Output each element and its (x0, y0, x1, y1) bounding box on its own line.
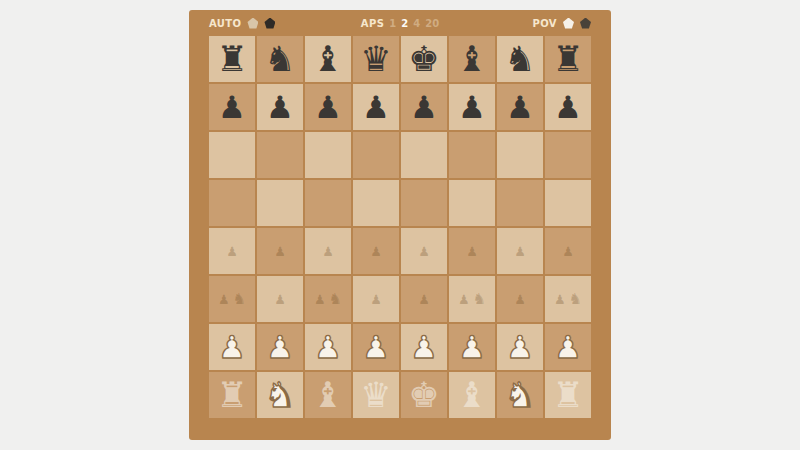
white-king: ♚ (408, 378, 439, 413)
square-g5[interactable] (497, 180, 543, 226)
chess-board-component: AUTO APS 12420 POV ♜♞♝♛♚♝♞♜♟♟♟♟♟♟♟♟♟♟♟♟♟… (189, 10, 611, 440)
white-pawn: ♟ (506, 332, 534, 363)
black-queen: ♛ (360, 42, 391, 77)
ghost-pawn: ♟ (322, 245, 334, 258)
white-pawn: ♟ (458, 332, 486, 363)
auto-icons (247, 18, 275, 29)
square-f8[interactable]: ♝ (449, 36, 495, 82)
square-e3[interactable]: ♟ (401, 276, 447, 322)
ghost-pawn: ♟ (226, 245, 238, 258)
square-a1[interactable]: ♜ (209, 372, 255, 418)
square-e7[interactable]: ♟ (401, 84, 447, 130)
square-e8[interactable]: ♚ (401, 36, 447, 82)
square-e6[interactable] (401, 132, 447, 178)
square-g2[interactable]: ♟ (497, 324, 543, 370)
black-pawn: ♟ (554, 92, 582, 123)
white-pawn: ♟ (218, 332, 246, 363)
aps-options: 12420 (389, 18, 439, 29)
square-a8[interactable]: ♜ (209, 36, 255, 82)
square-e1[interactable]: ♚ (401, 372, 447, 418)
black-knight: ♞ (504, 42, 535, 77)
chess-board-grid: ♜♞♝♛♚♝♞♜♟♟♟♟♟♟♟♟♟♟♟♟♟♟♟♟♟♞♟♟♞♟♟♟♞♟♟♞♟♟♟♟… (209, 36, 591, 418)
square-e5[interactable] (401, 180, 447, 226)
black-pawn: ♟ (458, 92, 486, 123)
square-d1[interactable]: ♛ (353, 372, 399, 418)
square-a4[interactable]: ♟ (209, 228, 255, 274)
white-bishop: ♝ (312, 378, 343, 413)
pov-icons (563, 18, 591, 29)
ghost-knight: ♞ (569, 292, 582, 307)
aps-option-20[interactable]: 20 (425, 18, 439, 29)
white-knight: ♞ (504, 378, 535, 413)
white-pawn: ♟ (410, 332, 438, 363)
ghost-pawn: ♟ (554, 293, 566, 306)
pov-control: POV (532, 18, 591, 29)
square-g1[interactable]: ♞ (497, 372, 543, 418)
white-pawn: ♟ (266, 332, 294, 363)
white-pawn-icon[interactable] (563, 18, 574, 29)
square-d3[interactable]: ♟ (353, 276, 399, 322)
square-b2[interactable]: ♟ (257, 324, 303, 370)
square-a6[interactable] (209, 132, 255, 178)
square-d8[interactable]: ♛ (353, 36, 399, 82)
square-b1[interactable]: ♞ (257, 372, 303, 418)
square-h4[interactable]: ♟ (545, 228, 591, 274)
aps-label: APS (361, 18, 384, 29)
black-pawn-icon[interactable] (264, 18, 275, 29)
ghost-knight: ♞ (473, 292, 486, 307)
black-bishop: ♝ (312, 42, 343, 77)
square-h8[interactable]: ♜ (545, 36, 591, 82)
black-pawn: ♟ (266, 92, 294, 123)
ghost-pawn: ♟ (274, 293, 286, 306)
square-d4[interactable]: ♟ (353, 228, 399, 274)
black-pawn: ♟ (410, 92, 438, 123)
ghost-pawn: ♟ (458, 293, 470, 306)
square-h1[interactable]: ♜ (545, 372, 591, 418)
square-a5[interactable] (209, 180, 255, 226)
black-pawn: ♟ (506, 92, 534, 123)
square-c1[interactable]: ♝ (305, 372, 351, 418)
black-pawn: ♟ (314, 92, 342, 123)
aps-control: APS 12420 (361, 10, 439, 36)
square-b5[interactable] (257, 180, 303, 226)
white-knight: ♞ (264, 378, 295, 413)
black-pawn: ♟ (218, 92, 246, 123)
black-bishop: ♝ (456, 42, 487, 77)
black-king: ♚ (408, 42, 439, 77)
square-d5[interactable] (353, 180, 399, 226)
ghost-pawn: ♟ (370, 293, 382, 306)
white-bishop: ♝ (456, 378, 487, 413)
square-b6[interactable] (257, 132, 303, 178)
aps-option-1[interactable]: 1 (389, 18, 396, 29)
square-c6[interactable] (305, 132, 351, 178)
square-f7[interactable]: ♟ (449, 84, 495, 130)
square-d7[interactable]: ♟ (353, 84, 399, 130)
square-g3[interactable]: ♟ (497, 276, 543, 322)
square-f5[interactable] (449, 180, 495, 226)
white-pawn-icon[interactable] (247, 18, 258, 29)
white-rook: ♜ (216, 378, 247, 413)
square-c4[interactable]: ♟ (305, 228, 351, 274)
ghost-knight: ♞ (233, 292, 246, 307)
ghost-pawn: ♟ (514, 293, 526, 306)
square-g6[interactable] (497, 132, 543, 178)
ghost-pawn: ♟ (514, 245, 526, 258)
square-e2[interactable]: ♟ (401, 324, 447, 370)
square-c5[interactable] (305, 180, 351, 226)
square-f3[interactable]: ♟♞ (449, 276, 495, 322)
black-pawn-icon[interactable] (580, 18, 591, 29)
auto-label: AUTO (209, 18, 241, 29)
square-b8[interactable]: ♞ (257, 36, 303, 82)
square-a7[interactable]: ♟ (209, 84, 255, 130)
pov-label: POV (532, 18, 557, 29)
square-g4[interactable]: ♟ (497, 228, 543, 274)
square-a3[interactable]: ♟♞ (209, 276, 255, 322)
square-f4[interactable]: ♟ (449, 228, 495, 274)
square-b3[interactable]: ♟ (257, 276, 303, 322)
ghost-pawn: ♟ (370, 245, 382, 258)
aps-option-4[interactable]: 4 (413, 18, 420, 29)
ghost-pawn: ♟ (466, 245, 478, 258)
square-e4[interactable]: ♟ (401, 228, 447, 274)
white-pawn: ♟ (362, 332, 390, 363)
ghost-pawn: ♟ (274, 245, 286, 258)
white-pawn: ♟ (314, 332, 342, 363)
black-pawn: ♟ (362, 92, 390, 123)
black-knight: ♞ (264, 42, 295, 77)
white-pawn: ♟ (554, 332, 582, 363)
square-c2[interactable]: ♟ (305, 324, 351, 370)
square-b4[interactable]: ♟ (257, 228, 303, 274)
square-f1[interactable]: ♝ (449, 372, 495, 418)
ghost-pawn: ♟ (418, 245, 430, 258)
square-h3[interactable]: ♟♞ (545, 276, 591, 322)
square-c8[interactable]: ♝ (305, 36, 351, 82)
square-h5[interactable] (545, 180, 591, 226)
auto-control: AUTO (209, 18, 275, 29)
square-d2[interactable]: ♟ (353, 324, 399, 370)
square-a2[interactable]: ♟ (209, 324, 255, 370)
square-g8[interactable]: ♞ (497, 36, 543, 82)
ghost-knight: ♞ (329, 292, 342, 307)
white-rook: ♜ (552, 378, 583, 413)
white-queen: ♛ (360, 378, 391, 413)
ghost-pawn: ♟ (418, 293, 430, 306)
square-g7[interactable]: ♟ (497, 84, 543, 130)
square-b7[interactable]: ♟ (257, 84, 303, 130)
square-f6[interactable] (449, 132, 495, 178)
square-h7[interactable]: ♟ (545, 84, 591, 130)
square-h6[interactable] (545, 132, 591, 178)
square-c3[interactable]: ♟♞ (305, 276, 351, 322)
ghost-pawn: ♟ (562, 245, 574, 258)
ghost-pawn: ♟ (218, 293, 230, 306)
square-d6[interactable] (353, 132, 399, 178)
square-h2[interactable]: ♟ (545, 324, 591, 370)
square-f2[interactable]: ♟ (449, 324, 495, 370)
square-c7[interactable]: ♟ (305, 84, 351, 130)
black-rook: ♜ (216, 42, 247, 77)
aps-option-2[interactable]: 2 (401, 18, 408, 29)
board-top-bar: AUTO APS 12420 POV (189, 10, 611, 36)
black-rook: ♜ (552, 42, 583, 77)
ghost-pawn: ♟ (314, 293, 326, 306)
